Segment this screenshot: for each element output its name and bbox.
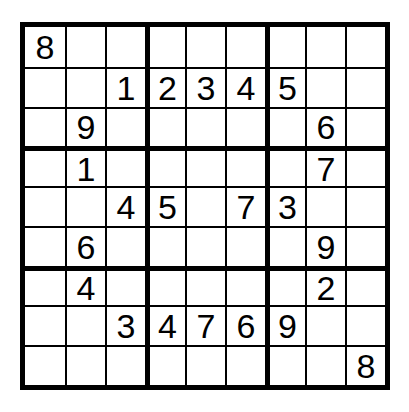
cell-r3c8[interactable]: 6 xyxy=(305,107,345,147)
cell-r2c6[interactable]: 4 xyxy=(225,67,265,107)
cell-r8c7[interactable]: 9 xyxy=(265,305,305,345)
cell-r4c7[interactable] xyxy=(265,146,305,186)
cell-r2c5[interactable]: 3 xyxy=(185,67,225,107)
cell-r3c1[interactable] xyxy=(25,107,65,147)
cell-r2c8[interactable] xyxy=(305,67,345,107)
cell-r4c1[interactable] xyxy=(25,146,65,186)
cell-r5c7[interactable]: 3 xyxy=(265,186,305,226)
cell-r2c2[interactable] xyxy=(65,67,105,107)
cell-r9c4[interactable] xyxy=(145,345,185,385)
cell-r1c7[interactable] xyxy=(265,27,305,67)
cell-r2c4[interactable]: 2 xyxy=(145,67,185,107)
cell-r8c6[interactable]: 6 xyxy=(225,305,265,345)
cell-r8c3[interactable]: 3 xyxy=(105,305,145,345)
cell-r9c7[interactable] xyxy=(265,345,305,385)
cell-r9c5[interactable] xyxy=(185,345,225,385)
cell-r7c2[interactable]: 4 xyxy=(65,266,105,306)
cell-r3c9[interactable] xyxy=(345,107,385,147)
cell-r5c8[interactable] xyxy=(305,186,345,226)
cell-r6c4[interactable] xyxy=(145,226,185,266)
cell-r6c5[interactable] xyxy=(185,226,225,266)
sudoku-page: 812345961745736942347698 xyxy=(0,0,409,412)
cell-r6c6[interactable] xyxy=(225,226,265,266)
cell-r1c9[interactable] xyxy=(345,27,385,67)
cell-r2c1[interactable] xyxy=(25,67,65,107)
cell-r1c6[interactable] xyxy=(225,27,265,67)
cell-r2c3[interactable]: 1 xyxy=(105,67,145,107)
cell-r5c1[interactable] xyxy=(25,186,65,226)
cell-r7c6[interactable] xyxy=(225,266,265,306)
cell-r4c9[interactable] xyxy=(345,146,385,186)
cell-r4c5[interactable] xyxy=(185,146,225,186)
cell-r9c1[interactable] xyxy=(25,345,65,385)
cell-r8c1[interactable] xyxy=(25,305,65,345)
cell-r4c6[interactable] xyxy=(225,146,265,186)
cell-r9c3[interactable] xyxy=(105,345,145,385)
cell-r6c1[interactable] xyxy=(25,226,65,266)
cell-r9c2[interactable] xyxy=(65,345,105,385)
cell-r6c2[interactable]: 6 xyxy=(65,226,105,266)
cell-r6c3[interactable] xyxy=(105,226,145,266)
cell-r3c7[interactable] xyxy=(265,107,305,147)
cell-r7c3[interactable] xyxy=(105,266,145,306)
cell-r4c4[interactable] xyxy=(145,146,185,186)
cell-r5c2[interactable] xyxy=(65,186,105,226)
cell-r1c3[interactable] xyxy=(105,27,145,67)
cell-r4c8[interactable]: 7 xyxy=(305,146,345,186)
cell-r7c4[interactable] xyxy=(145,266,185,306)
cell-r1c5[interactable] xyxy=(185,27,225,67)
cell-r8c5[interactable]: 7 xyxy=(185,305,225,345)
cell-r9c6[interactable] xyxy=(225,345,265,385)
cell-r4c3[interactable] xyxy=(105,146,145,186)
cell-r1c4[interactable] xyxy=(145,27,185,67)
cell-r5c9[interactable] xyxy=(345,186,385,226)
cell-r7c5[interactable] xyxy=(185,266,225,306)
cell-r3c5[interactable] xyxy=(185,107,225,147)
cell-r2c7[interactable]: 5 xyxy=(265,67,305,107)
cell-r5c6[interactable]: 7 xyxy=(225,186,265,226)
cell-r5c5[interactable] xyxy=(185,186,225,226)
cell-r8c2[interactable] xyxy=(65,305,105,345)
cell-r8c8[interactable] xyxy=(305,305,345,345)
cell-r3c6[interactable] xyxy=(225,107,265,147)
cell-r8c4[interactable]: 4 xyxy=(145,305,185,345)
cell-r6c9[interactable] xyxy=(345,226,385,266)
sudoku-board: 812345961745736942347698 xyxy=(20,22,390,390)
cell-r9c9[interactable]: 8 xyxy=(345,345,385,385)
cell-r3c4[interactable] xyxy=(145,107,185,147)
cell-r7c7[interactable] xyxy=(265,266,305,306)
cell-r5c4[interactable]: 5 xyxy=(145,186,185,226)
cell-r6c8[interactable]: 9 xyxy=(305,226,345,266)
cell-r7c1[interactable] xyxy=(25,266,65,306)
cell-r7c9[interactable] xyxy=(345,266,385,306)
cell-r1c1[interactable]: 8 xyxy=(25,27,65,67)
cell-r1c2[interactable] xyxy=(65,27,105,67)
cell-r3c2[interactable]: 9 xyxy=(65,107,105,147)
cell-r5c3[interactable]: 4 xyxy=(105,186,145,226)
cell-r8c9[interactable] xyxy=(345,305,385,345)
cell-r6c7[interactable] xyxy=(265,226,305,266)
cell-r3c3[interactable] xyxy=(105,107,145,147)
cell-r1c8[interactable] xyxy=(305,27,345,67)
cell-r9c8[interactable] xyxy=(305,345,345,385)
cell-r2c9[interactable] xyxy=(345,67,385,107)
cell-r4c2[interactable]: 1 xyxy=(65,146,105,186)
cell-r7c8[interactable]: 2 xyxy=(305,266,345,306)
